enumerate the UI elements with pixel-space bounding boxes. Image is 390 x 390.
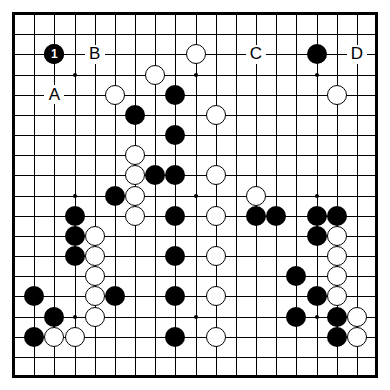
white-stone: [347, 327, 367, 347]
star-point: [73, 315, 77, 319]
white-stone: [206, 165, 226, 185]
white-stone: [327, 246, 347, 266]
black-stone: [24, 327, 44, 347]
star-point: [315, 315, 319, 319]
letter-label-c: C: [246, 45, 266, 64]
white-stone: [85, 266, 105, 286]
black-stone: [246, 206, 266, 226]
black-stone: [105, 186, 125, 206]
white-stone: [125, 206, 145, 226]
go-board-diagram: 1ABCD: [0, 0, 390, 390]
white-stone: [206, 327, 226, 347]
black-stone: [327, 307, 347, 327]
white-stone: [327, 266, 347, 286]
black-stone: [165, 85, 185, 105]
black-stone: [307, 44, 327, 64]
white-stone: [105, 85, 125, 105]
black-stone: [327, 206, 347, 226]
letter-label-d: D: [347, 45, 367, 64]
white-stone: [206, 105, 226, 125]
black-stone: [266, 206, 286, 226]
black-stone: [125, 105, 145, 125]
star-point: [194, 315, 198, 319]
star-point: [73, 194, 77, 198]
star-point: [194, 194, 198, 198]
black-stone: [65, 226, 85, 246]
white-stone: [327, 226, 347, 246]
black-stone: [327, 327, 347, 347]
black-stone: [65, 206, 85, 226]
letter-label-b: B: [85, 45, 105, 64]
white-stone: [327, 286, 347, 306]
black-stone: [165, 327, 185, 347]
white-stone: [85, 246, 105, 266]
star-point: [315, 73, 319, 77]
white-stone: [85, 307, 105, 327]
white-stone: [44, 327, 64, 347]
black-stone: [44, 307, 64, 327]
white-stone: [206, 246, 226, 266]
white-stone: [246, 186, 266, 206]
star-point: [73, 73, 77, 77]
white-stone: [65, 327, 85, 347]
star-point: [194, 73, 198, 77]
black-stone: [65, 246, 85, 266]
white-stone: [85, 286, 105, 306]
black-stone: [307, 286, 327, 306]
white-stone: [145, 65, 165, 85]
white-stone: [206, 206, 226, 226]
white-stone: [206, 286, 226, 306]
white-stone: [327, 85, 347, 105]
black-stone: [286, 307, 306, 327]
white-stone: [125, 186, 145, 206]
black-stone: [307, 226, 327, 246]
letter-label-a: A: [44, 85, 64, 104]
white-stone: [85, 226, 105, 246]
black-stone: [307, 206, 327, 226]
white-stone: [347, 307, 367, 327]
move-number-label: 1: [51, 48, 58, 60]
star-point: [315, 194, 319, 198]
black-stone: [165, 206, 185, 226]
white-stone: [186, 44, 206, 64]
